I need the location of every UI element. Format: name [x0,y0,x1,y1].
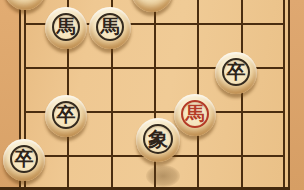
piece-black-elephant[interactable]: 象 [136,118,180,162]
piece-partial[interactable] [131,0,173,12]
piece-black-soldier[interactable]: 卒 [45,95,87,137]
piece-ring: 卒 [52,101,81,130]
grid-vline [283,0,285,189]
piece-ring: 象 [143,124,173,154]
board-right-margin [290,0,304,190]
piece-glyph: 馬 [185,104,204,123]
piece-ring: 卒 [10,145,39,174]
lifted-piece-shadow [146,165,180,187]
piece-glyph: 馬 [100,17,119,36]
piece-glyph: 卒 [56,105,75,124]
piece-red-horse[interactable]: 馬 [174,94,216,136]
piece-ring: 馬 [96,13,125,42]
grid-vline [241,0,243,189]
piece-black-soldier[interactable]: 卒 [3,139,45,181]
piece-glyph: 象 [148,129,168,149]
piece-black-horse[interactable]: 馬 [89,7,131,49]
piece-glyph: 卒 [226,62,245,81]
piece-ring: 卒 [222,58,251,87]
xiangqi-board[interactable]: 馬馬卒卒馬卒象 [0,0,304,190]
piece-black-horse[interactable]: 馬 [45,7,87,49]
board-bottom-edge-line [0,187,290,190]
piece-ring: 馬 [52,13,81,42]
piece-ring: 馬 [181,100,210,129]
piece-glyph: 卒 [14,149,33,168]
grid-vline [288,0,290,189]
piece-glyph: 馬 [56,17,75,36]
piece-black-soldier[interactable]: 卒 [215,52,257,94]
